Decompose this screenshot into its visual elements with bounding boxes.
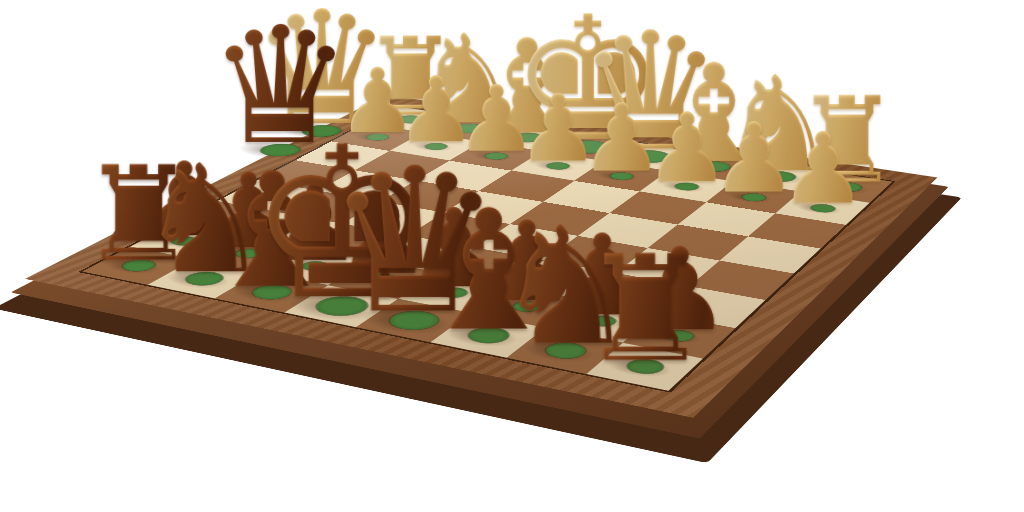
piece-black-rook: ♜ <box>580 235 711 381</box>
chess-board: ♜♞♝♚♛♝♞♜♟♟♟♟♟♟♟♟♟♟♟♟♟♟♟♟♜♞♝♚♛♝♞♜ ♛♛ <box>83 107 893 391</box>
chess-set-product-photo: ♜♞♝♚♛♝♞♜♟♟♟♟♟♟♟♟♟♟♟♟♟♟♟♟♜♞♝♚♛♝♞♜ ♛♛ <box>0 0 1024 512</box>
piece-white-pawn: ♟ <box>779 120 867 218</box>
